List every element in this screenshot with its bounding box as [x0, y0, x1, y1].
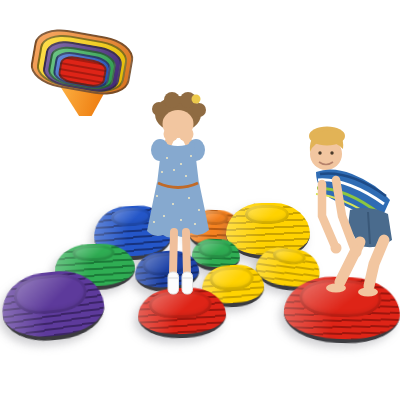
- girl-hand-left: [164, 127, 179, 142]
- boy-foot-front: [326, 284, 346, 293]
- girl-dress: [147, 139, 209, 238]
- girl-leg-right: [186, 232, 187, 274]
- nested-stack-inset: [28, 22, 136, 118]
- girl-leg-left: [173, 232, 174, 274]
- boy-figure: [272, 122, 400, 302]
- girl-socks: [168, 272, 193, 294]
- girl-hand-right: [179, 127, 194, 142]
- stepping-stone-purple-large: [0, 267, 107, 345]
- girl-figure: [129, 92, 229, 307]
- product-photo: [0, 0, 400, 400]
- boy-hand-right: [351, 247, 362, 258]
- girl-hair-bow: [192, 95, 201, 104]
- boy-foot-back: [358, 288, 378, 297]
- boy-hand-left: [331, 243, 342, 254]
